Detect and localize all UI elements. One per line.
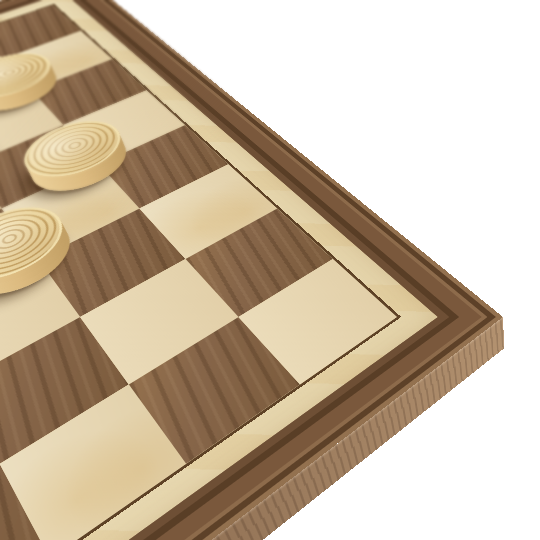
piece-side	[0, 0, 7, 47]
photo-scene	[0, 0, 540, 540]
checker-piece[interactable]	[0, 61, 70, 124]
photo-backdrop	[0, 0, 540, 540]
checker-piece[interactable]	[0, 211, 87, 314]
checkers-board	[0, 0, 503, 540]
checker-piece[interactable]	[0, 127, 13, 206]
checker-piece[interactable]	[19, 127, 141, 206]
pieces-layer	[0, 0, 503, 540]
checker-piece[interactable]	[0, 7, 12, 58]
piece-side	[0, 125, 11, 204]
piece-side	[0, 116, 7, 194]
piece-top-rings	[0, 111, 4, 189]
piece-side	[0, 0, 9, 51]
piece-side	[0, 4, 10, 55]
piece-side	[0, 120, 9, 199]
